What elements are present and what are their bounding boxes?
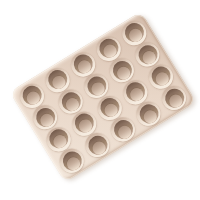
product-photo-canvas <box>0 0 200 200</box>
cup-floor <box>64 155 82 173</box>
cups-grid <box>12 14 193 179</box>
cup-floor <box>76 58 94 76</box>
cup-floor <box>153 70 171 88</box>
cup-cavity <box>84 132 110 158</box>
cup-cavity <box>136 101 162 127</box>
cup-floor <box>101 42 119 60</box>
cup-floor <box>50 74 68 92</box>
cup-floor <box>90 139 108 157</box>
cup-floor <box>77 117 95 135</box>
cup-floor <box>140 48 158 66</box>
cup-floor <box>141 108 159 126</box>
cup-floor <box>63 95 81 113</box>
cup-floor <box>89 80 107 98</box>
cup-floor <box>102 101 120 119</box>
cup-cavity <box>161 85 187 111</box>
cup-cavity <box>32 104 58 130</box>
cup-floor <box>116 123 134 141</box>
cup-cavity <box>110 117 136 143</box>
cup-floor <box>24 89 42 107</box>
cup-floor <box>38 111 56 129</box>
cup-cavity <box>58 89 84 115</box>
cup-floor <box>127 27 145 45</box>
cup-floor <box>115 64 133 82</box>
cup-floor <box>51 133 69 151</box>
cup-floor <box>167 92 185 110</box>
cup-cavity <box>83 73 109 99</box>
cup-cavity <box>109 57 135 83</box>
cup-floor <box>128 86 146 104</box>
cup-cavity <box>134 42 160 68</box>
cup-cavity <box>59 148 85 174</box>
muffin-pan <box>10 12 197 183</box>
